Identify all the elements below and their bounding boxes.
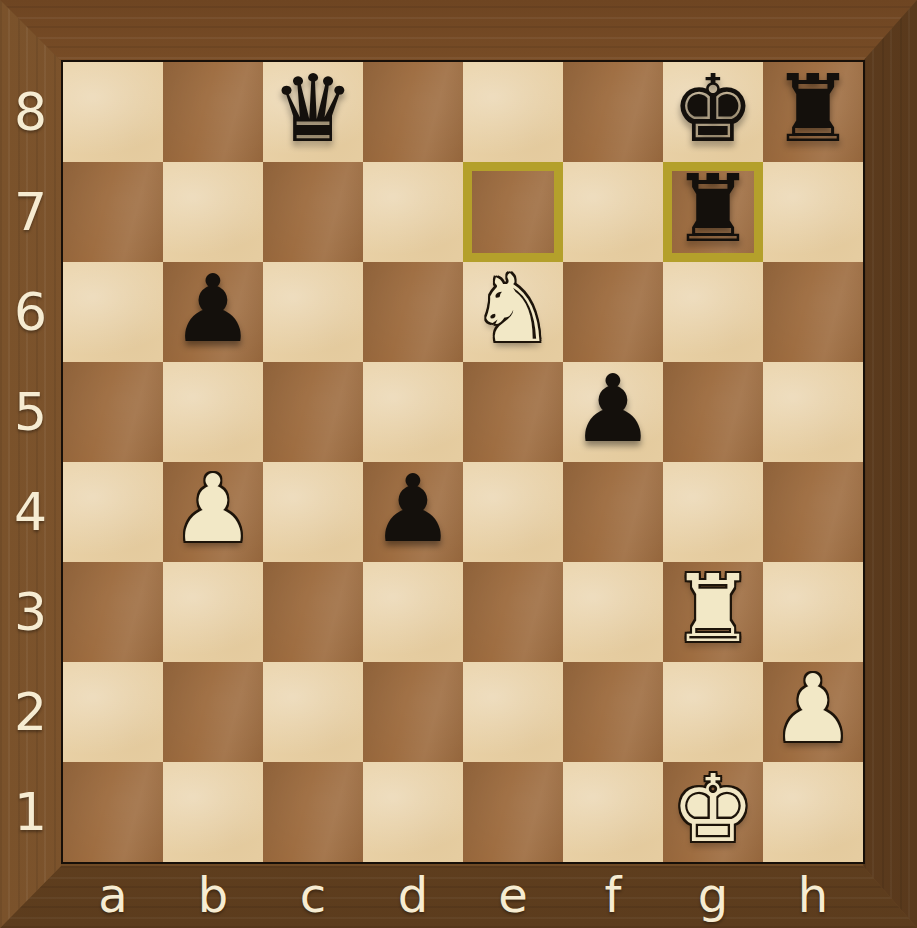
file-label-g: g bbox=[663, 864, 763, 926]
square-e5[interactable] bbox=[463, 362, 563, 462]
square-b4[interactable]: ♟ bbox=[163, 462, 263, 562]
square-d2[interactable] bbox=[363, 662, 463, 762]
piece-white-pawn[interactable]: ♟ bbox=[171, 459, 254, 559]
square-h5[interactable] bbox=[763, 362, 863, 462]
square-a7[interactable] bbox=[63, 162, 163, 262]
square-h2[interactable]: ♟ bbox=[763, 662, 863, 762]
square-d7[interactable] bbox=[363, 162, 463, 262]
square-h8[interactable]: ♜ bbox=[763, 62, 863, 162]
square-f2[interactable] bbox=[563, 662, 663, 762]
file-label-d: d bbox=[363, 864, 463, 926]
square-b5[interactable] bbox=[163, 362, 263, 462]
square-g2[interactable] bbox=[663, 662, 763, 762]
piece-black-king[interactable]: ♚ bbox=[671, 59, 754, 159]
square-h4[interactable] bbox=[763, 462, 863, 562]
square-e4[interactable] bbox=[463, 462, 563, 562]
square-b1[interactable] bbox=[163, 762, 263, 862]
square-c1[interactable] bbox=[263, 762, 363, 862]
square-a5[interactable] bbox=[63, 362, 163, 462]
square-e1[interactable] bbox=[463, 762, 563, 862]
rank-label-7: 7 bbox=[0, 162, 61, 262]
square-a8[interactable] bbox=[63, 62, 163, 162]
square-d3[interactable] bbox=[363, 562, 463, 662]
square-a3[interactable] bbox=[63, 562, 163, 662]
piece-black-pawn[interactable]: ♟ bbox=[171, 259, 254, 359]
square-f5[interactable]: ♟ bbox=[563, 362, 663, 462]
piece-black-rook[interactable]: ♜ bbox=[771, 59, 854, 159]
square-h7[interactable] bbox=[763, 162, 863, 262]
square-b7[interactable] bbox=[163, 162, 263, 262]
square-g4[interactable] bbox=[663, 462, 763, 562]
square-g8[interactable]: ♚ bbox=[663, 62, 763, 162]
rank-label-5: 5 bbox=[0, 362, 61, 462]
square-f6[interactable] bbox=[563, 262, 663, 362]
piece-black-pawn[interactable]: ♟ bbox=[371, 459, 454, 559]
piece-black-pawn[interactable]: ♟ bbox=[571, 359, 654, 459]
file-label-b: b bbox=[163, 864, 263, 926]
rank-label-1: 1 bbox=[0, 762, 61, 862]
rank-label-3: 3 bbox=[0, 562, 61, 662]
square-e7[interactable] bbox=[463, 162, 563, 262]
square-a4[interactable] bbox=[63, 462, 163, 562]
board-grid: ♛♚♜♜♟♞♟♟♟♜♟♚ bbox=[63, 62, 863, 862]
square-a2[interactable] bbox=[63, 662, 163, 762]
piece-white-pawn[interactable]: ♟ bbox=[771, 659, 854, 759]
file-label-a: a bbox=[63, 864, 163, 926]
square-g6[interactable] bbox=[663, 262, 763, 362]
square-g5[interactable] bbox=[663, 362, 763, 462]
square-c2[interactable] bbox=[263, 662, 363, 762]
rank-label-2: 2 bbox=[0, 662, 61, 762]
square-g1[interactable]: ♚ bbox=[663, 762, 763, 862]
square-e2[interactable] bbox=[463, 662, 563, 762]
square-f8[interactable] bbox=[563, 62, 663, 162]
square-c4[interactable] bbox=[263, 462, 363, 562]
square-f7[interactable] bbox=[563, 162, 663, 262]
square-d5[interactable] bbox=[363, 362, 463, 462]
rank-label-6: 6 bbox=[0, 262, 61, 362]
square-e8[interactable] bbox=[463, 62, 563, 162]
square-f4[interactable] bbox=[563, 462, 663, 562]
rank-labels: 87654321 bbox=[0, 62, 61, 862]
piece-white-knight[interactable]: ♞ bbox=[471, 259, 554, 359]
square-c6[interactable] bbox=[263, 262, 363, 362]
rank-label-4: 4 bbox=[0, 462, 61, 562]
piece-white-king[interactable]: ♚ bbox=[671, 759, 754, 859]
square-b3[interactable] bbox=[163, 562, 263, 662]
square-f3[interactable] bbox=[563, 562, 663, 662]
square-b2[interactable] bbox=[163, 662, 263, 762]
square-d8[interactable] bbox=[363, 62, 463, 162]
square-d1[interactable] bbox=[363, 762, 463, 862]
square-c5[interactable] bbox=[263, 362, 363, 462]
chess-board-app: 87654321 ♛♚♜♜♟♞♟♟♟♜♟♚ abcdefgh bbox=[0, 0, 917, 928]
file-label-f: f bbox=[563, 864, 663, 926]
piece-black-rook[interactable]: ♜ bbox=[671, 159, 754, 259]
file-label-c: c bbox=[263, 864, 363, 926]
piece-black-queen[interactable]: ♛ bbox=[271, 59, 354, 159]
square-h6[interactable] bbox=[763, 262, 863, 362]
piece-white-rook[interactable]: ♜ bbox=[671, 559, 754, 659]
square-h3[interactable] bbox=[763, 562, 863, 662]
square-a6[interactable] bbox=[63, 262, 163, 362]
square-b8[interactable] bbox=[163, 62, 263, 162]
square-e3[interactable] bbox=[463, 562, 563, 662]
square-g7[interactable]: ♜ bbox=[663, 162, 763, 262]
rank-label-8: 8 bbox=[0, 62, 61, 162]
square-c7[interactable] bbox=[263, 162, 363, 262]
board-outline: ♛♚♜♜♟♞♟♟♟♜♟♚ bbox=[61, 60, 865, 864]
square-g3[interactable]: ♜ bbox=[663, 562, 763, 662]
square-b6[interactable]: ♟ bbox=[163, 262, 263, 362]
square-e6[interactable]: ♞ bbox=[463, 262, 563, 362]
square-d4[interactable]: ♟ bbox=[363, 462, 463, 562]
square-c3[interactable] bbox=[263, 562, 363, 662]
square-d6[interactable] bbox=[363, 262, 463, 362]
square-f1[interactable] bbox=[563, 762, 663, 862]
file-label-e: e bbox=[463, 864, 563, 926]
square-h1[interactable] bbox=[763, 762, 863, 862]
file-label-h: h bbox=[763, 864, 863, 926]
file-labels: abcdefgh bbox=[63, 864, 863, 926]
square-c8[interactable]: ♛ bbox=[263, 62, 363, 162]
square-a1[interactable] bbox=[63, 762, 163, 862]
